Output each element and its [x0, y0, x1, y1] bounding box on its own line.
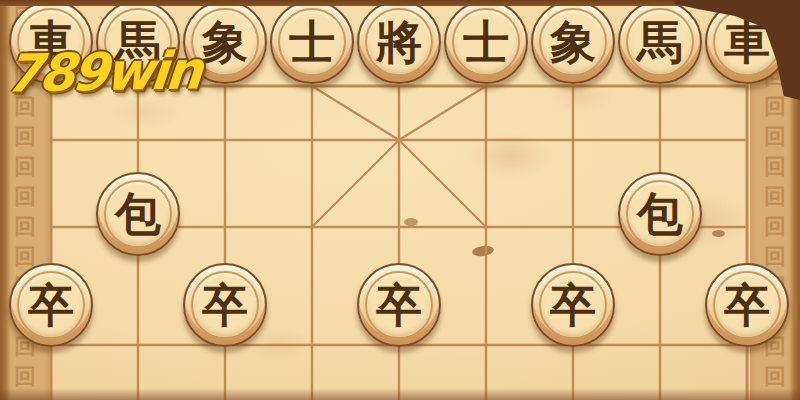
piece-face: 卒 — [713, 271, 781, 339]
piece-glyph: 包 — [637, 191, 683, 237]
piece-soldier-black[interactable]: 卒 — [183, 263, 267, 347]
piece-face: 包 — [104, 180, 172, 248]
piece-face: 卒 — [17, 271, 85, 339]
piece-advisor-black[interactable]: 士 — [270, 0, 354, 84]
piece-glyph: 士 — [463, 19, 509, 65]
piece-soldier-black[interactable]: 卒 — [9, 263, 93, 347]
piece-soldier-black[interactable]: 卒 — [531, 263, 615, 347]
piece-face: 將 — [365, 8, 433, 76]
piece-face: 包 — [626, 180, 694, 248]
piece-cannon-black[interactable]: 包 — [96, 172, 180, 256]
piece-glyph: 馬 — [637, 19, 683, 65]
piece-glyph: 卒 — [28, 282, 74, 328]
piece-soldier-black[interactable]: 卒 — [357, 263, 441, 347]
piece-glyph: 象 — [202, 19, 248, 65]
piece-general-black[interactable]: 將 — [357, 0, 441, 84]
piece-glyph: 卒 — [724, 282, 770, 328]
piece-face: 卒 — [539, 271, 607, 339]
piece-face: 象 — [539, 8, 607, 76]
piece-elephant-black[interactable]: 象 — [531, 0, 615, 84]
piece-advisor-black[interactable]: 士 — [444, 0, 528, 84]
piece-horse-black[interactable]: 馬 — [618, 0, 702, 84]
piece-face: 卒 — [365, 271, 433, 339]
piece-glyph: 包 — [115, 191, 161, 237]
piece-face: 卒 — [191, 271, 259, 339]
piece-cannon-black[interactable]: 包 — [618, 172, 702, 256]
piece-glyph: 卒 — [550, 282, 596, 328]
piece-face: 士 — [452, 8, 520, 76]
piece-glyph: 士 — [289, 19, 335, 65]
piece-soldier-black[interactable]: 卒 — [705, 263, 789, 347]
piece-face: 馬 — [626, 8, 694, 76]
frame-bottom-shadow — [0, 388, 800, 400]
piece-glyph: 將 — [376, 19, 422, 65]
piece-glyph: 卒 — [202, 282, 248, 328]
piece-face: 士 — [278, 8, 346, 76]
brand-logo: 789win — [3, 40, 202, 103]
piece-glyph: 象 — [550, 19, 596, 65]
piece-glyph: 卒 — [376, 282, 422, 328]
